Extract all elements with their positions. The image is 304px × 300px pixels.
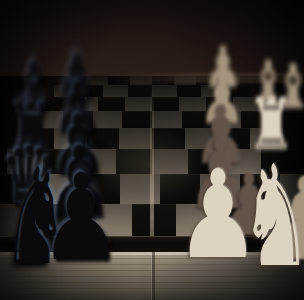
black-knight: ♞ <box>2 149 68 282</box>
white-knight: ♞ <box>240 148 304 288</box>
pieces-layer: ♝♜♛♞♟♟♟♟♟♟♟♟♟♟♝♜♝♟♞♟ <box>0 0 304 300</box>
chess-photo-scene: ♝♜♛♞♟♟♟♟♟♟♟♟♟♟♝♜♝♟♞♟ <box>0 0 304 300</box>
